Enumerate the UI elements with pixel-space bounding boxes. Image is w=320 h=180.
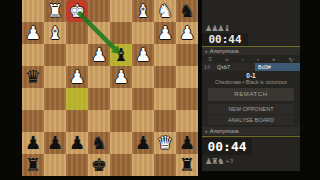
- board-square[interactable]: [66, 154, 88, 176]
- board-square[interactable]: [154, 66, 176, 88]
- board-square[interactable]: [176, 110, 198, 132]
- analyse-board-button[interactable]: ANALYSE BOARD: [208, 115, 294, 125]
- highlight-lastmove-f5: [66, 88, 88, 110]
- board-square[interactable]: [176, 66, 198, 88]
- new-opponent-button[interactable]: NEW OPPONENT: [208, 104, 294, 114]
- board-square[interactable]: [154, 44, 176, 66]
- piece-wN-b1[interactable]: ♞: [154, 0, 176, 22]
- board-square[interactable]: [66, 110, 88, 132]
- lichess-game-screen: ♞♞♝♚♜♟♟♝♟♟♝♟♟♟♛♟♛♟♞♟♟♟♜♚♜ ♟♟♟♝ 00:44 ●An…: [0, 0, 320, 180]
- piece-wK-f1[interactable]: ♚: [66, 0, 88, 22]
- board-square[interactable]: [44, 88, 66, 110]
- first-move-icon[interactable]: «: [225, 56, 228, 62]
- board-square[interactable]: [110, 0, 132, 22]
- user-icon: ●: [205, 128, 208, 136]
- board-square[interactable]: [176, 44, 198, 66]
- white-player-name: Anonymous: [210, 48, 239, 54]
- board-square[interactable]: [110, 22, 132, 44]
- last-move-icon[interactable]: »: [272, 56, 275, 62]
- board-square[interactable]: [66, 22, 88, 44]
- game-sidebar: ♟♟♟♝ 00:44 ●Anonymous ≡«‹›»↻ 14 Qxb7 Bd3…: [202, 0, 300, 171]
- piece-wP-c3[interactable]: ♟: [132, 44, 154, 66]
- board-square[interactable]: [44, 154, 66, 176]
- board-square[interactable]: [132, 22, 154, 44]
- board-square[interactable]: [44, 110, 66, 132]
- board-square[interactable]: [110, 88, 132, 110]
- white-player-row: ●Anonymous: [202, 47, 300, 55]
- board-square[interactable]: [22, 44, 44, 66]
- board-square[interactable]: [110, 110, 132, 132]
- board-square[interactable]: [110, 132, 132, 154]
- piece-bK-e8[interactable]: ♚: [88, 154, 110, 176]
- piece-bP-h7[interactable]: ♟: [22, 132, 44, 154]
- board-square[interactable]: [132, 110, 154, 132]
- move-white-san[interactable]: Qxb7: [215, 63, 255, 71]
- board-square[interactable]: [66, 44, 88, 66]
- piece-bB-d3[interactable]: ♝: [110, 44, 132, 66]
- piece-wB-g2[interactable]: ♝: [44, 22, 66, 44]
- game-status-text: Checkmate • Black is victorious: [202, 79, 300, 85]
- board-square[interactable]: [132, 66, 154, 88]
- piece-wQ-b7[interactable]: ♛: [154, 132, 176, 154]
- board-square[interactable]: [176, 88, 198, 110]
- rematch-button[interactable]: REMATCH: [208, 88, 294, 101]
- black-player-row: ●Anonymous: [202, 127, 300, 135]
- piece-bP-c7[interactable]: ♟: [132, 132, 154, 154]
- piece-wB-c1[interactable]: ♝: [132, 0, 154, 22]
- piece-wP-h2[interactable]: ♟: [22, 22, 44, 44]
- board-square[interactable]: [44, 44, 66, 66]
- move-black-san-active[interactable]: Bd3#: [255, 63, 300, 71]
- board-square[interactable]: [88, 88, 110, 110]
- previous-move-icon[interactable]: ‹: [242, 56, 244, 62]
- move-controls[interactable]: ≡«‹›»↻: [202, 55, 300, 63]
- board-square[interactable]: [154, 110, 176, 132]
- piece-wP-a2[interactable]: ♟: [176, 22, 198, 44]
- piece-bP-f7[interactable]: ♟: [66, 132, 88, 154]
- material-advantage: +3: [224, 158, 234, 164]
- next-move-icon[interactable]: ›: [257, 56, 259, 62]
- black-clock: 00:44: [202, 138, 252, 155]
- piece-bP-g7[interactable]: ♟: [44, 132, 66, 154]
- board-square[interactable]: [88, 110, 110, 132]
- board-square[interactable]: [154, 154, 176, 176]
- move-list: 14 Qxb7 Bd3#: [202, 63, 300, 71]
- piece-wP-d4[interactable]: ♟: [110, 66, 132, 88]
- piece-bR-h8[interactable]: ♜: [22, 154, 44, 176]
- piece-bN-e7[interactable]: ♞: [88, 132, 110, 154]
- menu-icon[interactable]: ≡: [209, 56, 213, 62]
- captured-pieces-white: ♟♟♟♝: [205, 25, 230, 33]
- divider-line: [202, 136, 300, 137]
- board-square[interactable]: [88, 22, 110, 44]
- analysis-icon[interactable]: ↻: [288, 56, 293, 63]
- piece-wP-b2[interactable]: ♟: [154, 22, 176, 44]
- game-result: 0-1: [202, 72, 300, 79]
- board-square[interactable]: [22, 110, 44, 132]
- piece-bR-a8[interactable]: ♜: [176, 154, 198, 176]
- board-square[interactable]: [88, 66, 110, 88]
- board-square[interactable]: [88, 0, 110, 22]
- board-square[interactable]: [44, 66, 66, 88]
- board-square[interactable]: [22, 0, 44, 22]
- board-square[interactable]: [22, 88, 44, 110]
- piece-bP-a7[interactable]: ♟: [176, 132, 198, 154]
- piece-wR-g1[interactable]: ♜: [44, 0, 66, 22]
- board-square[interactable]: [154, 88, 176, 110]
- board-square[interactable]: [132, 154, 154, 176]
- piece-bQ-h4[interactable]: ♛: [22, 66, 44, 88]
- captured-pieces-black: ♟♜♞ +3: [205, 157, 233, 165]
- chess-board[interactable]: ♞♞♝♚♜♟♟♝♟♟♝♟♟♟♛♟♛♟♞♟♟♟♜♚♜: [22, 0, 198, 176]
- black-player-name: Anonymous: [210, 128, 239, 134]
- move-number: 14: [202, 63, 215, 71]
- piece-bN-a1[interactable]: ♞: [176, 0, 198, 22]
- piece-wP-f4[interactable]: ♟: [66, 66, 88, 88]
- piece-wP-e3[interactable]: ♟: [88, 44, 110, 66]
- white-clock: 00:44: [202, 33, 248, 46]
- board-square[interactable]: [110, 154, 132, 176]
- board-square[interactable]: [132, 88, 154, 110]
